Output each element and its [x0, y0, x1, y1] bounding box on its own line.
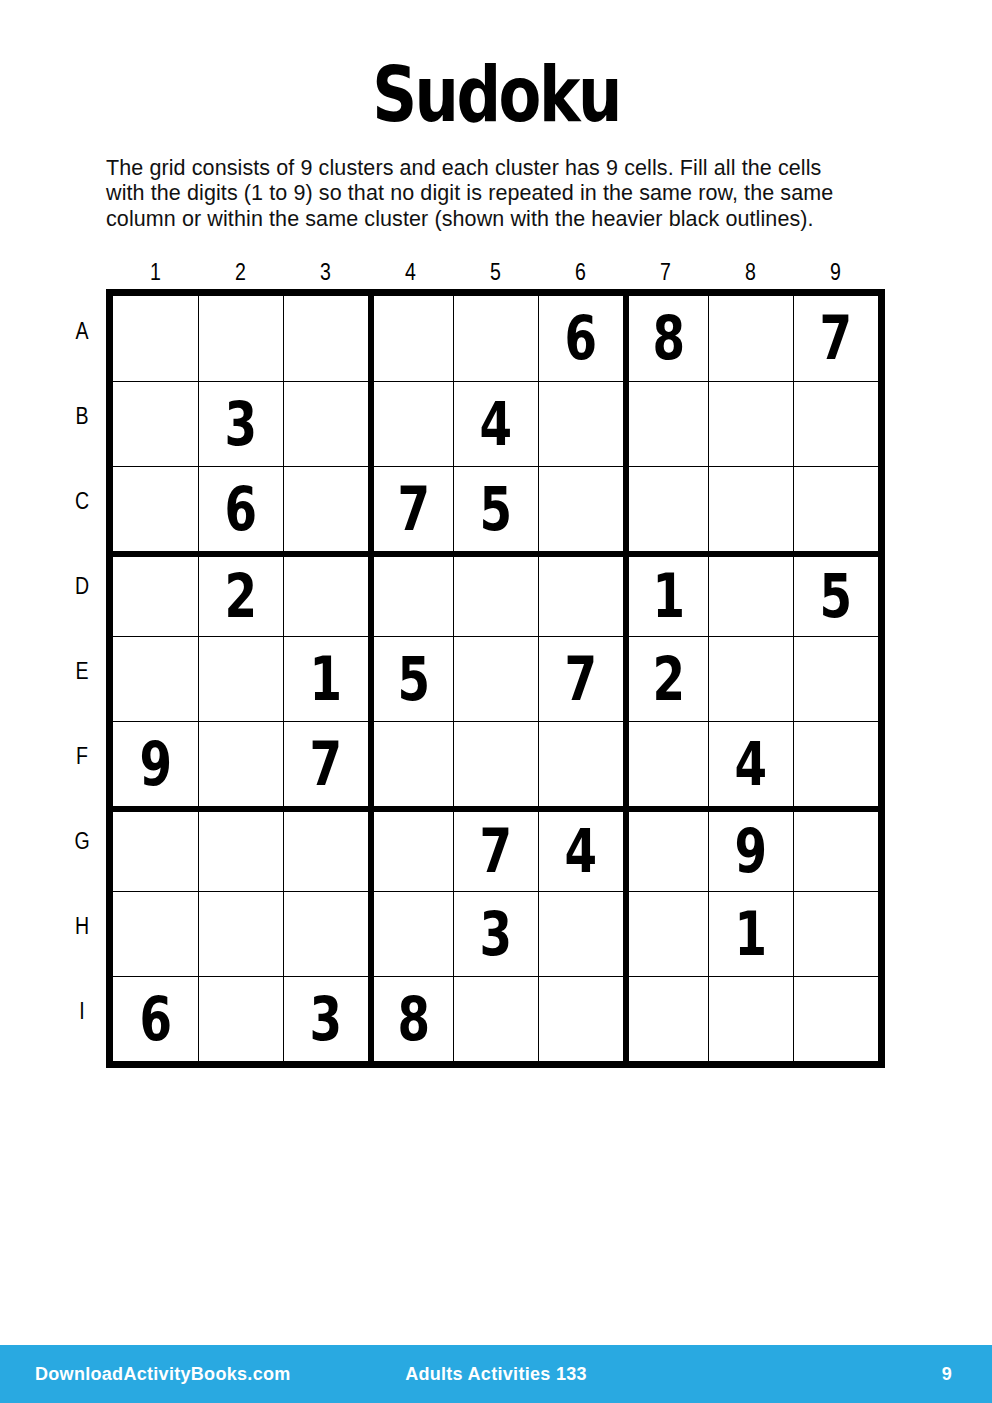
cell-A7: 8	[623, 296, 708, 381]
row-label-C: C	[62, 459, 103, 544]
row-labels: ABCDEFGHI	[58, 289, 106, 1068]
cell-H1[interactable]	[113, 891, 198, 976]
cell-G9[interactable]	[793, 806, 878, 891]
given-digit: 5	[480, 479, 513, 539]
row-label-I: I	[62, 969, 103, 1054]
cell-G4[interactable]	[368, 806, 453, 891]
cell-D3[interactable]	[283, 551, 368, 636]
cell-C4: 7	[368, 466, 453, 551]
given-digit: 4	[480, 394, 513, 454]
page-title: Sudoku	[89, 56, 902, 134]
cell-I7[interactable]	[623, 976, 708, 1061]
cell-I3: 3	[283, 976, 368, 1061]
cell-A4[interactable]	[368, 296, 453, 381]
col-label-2: 2	[204, 259, 276, 290]
cell-E9[interactable]	[793, 636, 878, 721]
cell-D9: 5	[793, 551, 878, 636]
given-digit: 8	[397, 989, 430, 1049]
given-digit: 1	[310, 649, 343, 709]
given-digit: 7	[397, 479, 430, 539]
cell-I1: 6	[113, 976, 198, 1061]
cell-C5: 5	[453, 466, 538, 551]
cell-G6: 4	[538, 806, 623, 891]
given-digit: 9	[735, 821, 768, 881]
cell-F7[interactable]	[623, 721, 708, 806]
cell-I9[interactable]	[793, 976, 878, 1061]
cell-C2: 6	[198, 466, 283, 551]
given-digit: 2	[652, 649, 685, 709]
cell-G3[interactable]	[283, 806, 368, 891]
given-digit: 6	[565, 308, 598, 368]
cell-D6[interactable]	[538, 551, 623, 636]
cell-A3[interactable]	[283, 296, 368, 381]
cell-C1[interactable]	[113, 466, 198, 551]
given-digit: 9	[139, 734, 172, 794]
cell-A1[interactable]	[113, 296, 198, 381]
cell-A8[interactable]	[708, 296, 793, 381]
col-label-6: 6	[544, 259, 616, 290]
cell-I4: 8	[368, 976, 453, 1061]
sudoku-grid-area: 123456789 ABCDEFGHI 68734675215157297474…	[58, 259, 992, 1068]
given-digit: 7	[820, 308, 853, 368]
cell-C7[interactable]	[623, 466, 708, 551]
cell-F6[interactable]	[538, 721, 623, 806]
col-label-7: 7	[629, 259, 701, 290]
given-digit: 5	[397, 649, 430, 709]
cell-B9[interactable]	[793, 381, 878, 466]
cell-I5[interactable]	[453, 976, 538, 1061]
cell-B6[interactable]	[538, 381, 623, 466]
cell-D4[interactable]	[368, 551, 453, 636]
cell-B2: 3	[198, 381, 283, 466]
cell-E5[interactable]	[453, 636, 538, 721]
footer-page-number: 9	[942, 1364, 952, 1385]
cell-C9[interactable]	[793, 466, 878, 551]
cell-H3[interactable]	[283, 891, 368, 976]
cell-I8[interactable]	[708, 976, 793, 1061]
col-label-3: 3	[289, 259, 361, 290]
cell-D2: 2	[198, 551, 283, 636]
given-digit: 1	[735, 904, 768, 964]
row-label-F: F	[62, 714, 103, 799]
cell-H4[interactable]	[368, 891, 453, 976]
cell-B1[interactable]	[113, 381, 198, 466]
cell-H2[interactable]	[198, 891, 283, 976]
cell-E7: 2	[623, 636, 708, 721]
given-digit: 3	[310, 989, 343, 1049]
footer-book-title: Adults Activities 133	[0, 1364, 992, 1385]
cell-C3[interactable]	[283, 466, 368, 551]
cell-G2[interactable]	[198, 806, 283, 891]
col-label-5: 5	[459, 259, 531, 290]
row-label-G: G	[62, 799, 103, 884]
given-digit: 4	[735, 734, 768, 794]
given-digit: 8	[652, 308, 685, 368]
cell-G7[interactable]	[623, 806, 708, 891]
given-digit: 4	[565, 821, 598, 881]
sudoku-board: 68734675215157297474931638	[106, 289, 885, 1068]
cell-I6[interactable]	[538, 976, 623, 1061]
given-digit: 1	[652, 566, 685, 626]
row-label-B: B	[62, 374, 103, 459]
cell-E8[interactable]	[708, 636, 793, 721]
cell-A2[interactable]	[198, 296, 283, 381]
cell-B8[interactable]	[708, 381, 793, 466]
cell-E4: 5	[368, 636, 453, 721]
cell-G5: 7	[453, 806, 538, 891]
given-digit: 2	[225, 566, 258, 626]
cell-B4[interactable]	[368, 381, 453, 466]
row-label-E: E	[62, 629, 103, 714]
row-label-H: H	[62, 884, 103, 969]
cell-G1[interactable]	[113, 806, 198, 891]
cell-D5[interactable]	[453, 551, 538, 636]
cell-H9[interactable]	[793, 891, 878, 976]
cell-H6[interactable]	[538, 891, 623, 976]
cell-B7[interactable]	[623, 381, 708, 466]
cell-A6: 6	[538, 296, 623, 381]
cell-I2[interactable]	[198, 976, 283, 1061]
cell-C8[interactable]	[708, 466, 793, 551]
given-digit: 7	[310, 734, 343, 794]
cell-D1[interactable]	[113, 551, 198, 636]
cell-F5[interactable]	[453, 721, 538, 806]
cell-D8[interactable]	[708, 551, 793, 636]
column-labels: 123456789	[113, 259, 992, 289]
given-digit: 3	[225, 394, 258, 454]
given-digit: 3	[480, 904, 513, 964]
given-digit: 7	[480, 821, 513, 881]
given-digit: 6	[139, 989, 172, 1049]
cell-A5[interactable]	[453, 296, 538, 381]
instructions: The grid consists of 9 clusters and each…	[106, 156, 898, 233]
cell-D7: 1	[623, 551, 708, 636]
cell-H7[interactable]	[623, 891, 708, 976]
row-label-D: D	[62, 544, 103, 629]
cell-C6[interactable]	[538, 466, 623, 551]
col-label-4: 4	[374, 259, 446, 290]
footer: DownloadActivityBooks.com Adults Activit…	[0, 1345, 992, 1403]
cell-E6: 7	[538, 636, 623, 721]
given-digit: 5	[820, 566, 853, 626]
cell-H8: 1	[708, 891, 793, 976]
page: Sudoku The grid consists of 9 clusters a…	[0, 0, 992, 1403]
row-label-A: A	[62, 289, 103, 374]
cell-H5: 3	[453, 891, 538, 976]
given-digit: 7	[565, 649, 598, 709]
cell-A9: 7	[793, 296, 878, 381]
cell-F3: 7	[283, 721, 368, 806]
cell-F2[interactable]	[198, 721, 283, 806]
cell-E1[interactable]	[113, 636, 198, 721]
cell-G8: 9	[708, 806, 793, 891]
col-label-1: 1	[119, 259, 191, 290]
col-label-8: 8	[714, 259, 786, 290]
cell-E2[interactable]	[198, 636, 283, 721]
cell-F8: 4	[708, 721, 793, 806]
given-digit: 6	[225, 479, 258, 539]
col-label-9: 9	[799, 259, 871, 290]
cell-F4[interactable]	[368, 721, 453, 806]
cell-B3[interactable]	[283, 381, 368, 466]
cell-F9[interactable]	[793, 721, 878, 806]
cell-E3: 1	[283, 636, 368, 721]
cell-F1: 9	[113, 721, 198, 806]
cell-B5: 4	[453, 381, 538, 466]
